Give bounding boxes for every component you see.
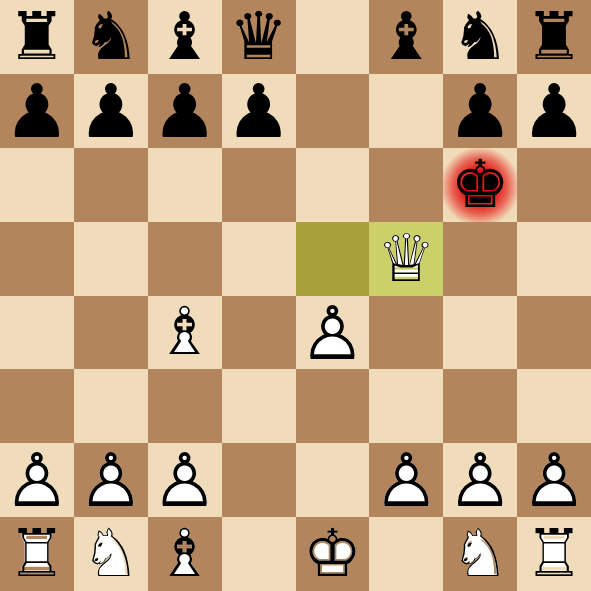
square-a8[interactable]: ♜ bbox=[0, 0, 74, 74]
black-queen[interactable]: ♛ bbox=[222, 0, 296, 74]
square-f3[interactable] bbox=[369, 369, 443, 443]
white-pawn-outline-glyph: ♙ bbox=[299, 296, 365, 370]
square-e2[interactable] bbox=[296, 443, 370, 517]
square-b5[interactable] bbox=[74, 222, 148, 296]
black-pawn-glyph: ♟ bbox=[447, 74, 513, 148]
square-d5[interactable] bbox=[222, 222, 296, 296]
white-king[interactable]: ♚♔ bbox=[296, 517, 370, 591]
black-rook[interactable]: ♜ bbox=[0, 0, 74, 74]
black-pawn[interactable]: ♟ bbox=[0, 74, 74, 148]
square-c1[interactable]: ♝♗ bbox=[148, 517, 222, 591]
white-pawn-outline-glyph: ♙ bbox=[4, 443, 70, 517]
black-king[interactable]: ♚ bbox=[443, 148, 517, 222]
square-d7[interactable]: ♟ bbox=[222, 74, 296, 148]
square-g4[interactable] bbox=[443, 296, 517, 370]
square-e4[interactable]: ♟♙ bbox=[296, 296, 370, 370]
square-c2[interactable]: ♟♙ bbox=[148, 443, 222, 517]
square-g3[interactable] bbox=[443, 369, 517, 443]
square-c4[interactable]: ♝♗ bbox=[148, 296, 222, 370]
black-bishop-glyph: ♝ bbox=[377, 4, 436, 70]
square-d6[interactable] bbox=[222, 148, 296, 222]
square-f6[interactable] bbox=[369, 148, 443, 222]
square-h1[interactable]: ♜♖ bbox=[517, 517, 591, 591]
black-pawn-glyph: ♟ bbox=[4, 74, 70, 148]
square-b6[interactable] bbox=[74, 148, 148, 222]
square-b2[interactable]: ♟♙ bbox=[74, 443, 148, 517]
black-rook-glyph: ♜ bbox=[524, 4, 583, 70]
square-h4[interactable] bbox=[517, 296, 591, 370]
black-pawn[interactable]: ♟ bbox=[443, 74, 517, 148]
square-b1[interactable]: ♞♘ bbox=[74, 517, 148, 591]
square-c3[interactable] bbox=[148, 369, 222, 443]
square-f5[interactable]: ♛♕ bbox=[369, 222, 443, 296]
square-c6[interactable] bbox=[148, 148, 222, 222]
white-queen[interactable]: ♛♕ bbox=[369, 222, 443, 296]
black-queen-glyph: ♛ bbox=[229, 4, 288, 70]
black-king-glyph: ♚ bbox=[451, 152, 510, 218]
white-knight[interactable]: ♞♘ bbox=[443, 517, 517, 591]
white-pawn[interactable]: ♟♙ bbox=[369, 443, 443, 517]
square-a1[interactable]: ♜♖ bbox=[0, 517, 74, 591]
square-b7[interactable]: ♟ bbox=[74, 74, 148, 148]
square-d8[interactable]: ♛ bbox=[222, 0, 296, 74]
black-rook[interactable]: ♜ bbox=[517, 0, 591, 74]
white-bishop[interactable]: ♝♗ bbox=[148, 296, 222, 370]
square-g7[interactable]: ♟ bbox=[443, 74, 517, 148]
white-rook[interactable]: ♜♖ bbox=[517, 517, 591, 591]
white-pawn[interactable]: ♟♙ bbox=[517, 443, 591, 517]
square-g2[interactable]: ♟♙ bbox=[443, 443, 517, 517]
square-d1[interactable] bbox=[222, 517, 296, 591]
black-rook-glyph: ♜ bbox=[7, 4, 66, 70]
white-pawn-outline-glyph: ♙ bbox=[373, 443, 439, 517]
white-rook[interactable]: ♜♖ bbox=[0, 517, 74, 591]
square-g1[interactable]: ♞♘ bbox=[443, 517, 517, 591]
square-a6[interactable] bbox=[0, 148, 74, 222]
square-b8[interactable]: ♞ bbox=[74, 0, 148, 74]
square-c8[interactable]: ♝ bbox=[148, 0, 222, 74]
black-pawn[interactable]: ♟ bbox=[148, 74, 222, 148]
square-f1[interactable] bbox=[369, 517, 443, 591]
white-pawn[interactable]: ♟♙ bbox=[148, 443, 222, 517]
square-a3[interactable] bbox=[0, 369, 74, 443]
square-d2[interactable] bbox=[222, 443, 296, 517]
square-a2[interactable]: ♟♙ bbox=[0, 443, 74, 517]
black-pawn-glyph: ♟ bbox=[521, 74, 587, 148]
white-pawn[interactable]: ♟♙ bbox=[443, 443, 517, 517]
square-c7[interactable]: ♟ bbox=[148, 74, 222, 148]
black-pawn-glyph: ♟ bbox=[152, 74, 218, 148]
square-b4[interactable] bbox=[74, 296, 148, 370]
white-bishop[interactable]: ♝♗ bbox=[148, 517, 222, 591]
square-b3[interactable] bbox=[74, 369, 148, 443]
black-knight[interactable]: ♞ bbox=[74, 0, 148, 74]
square-a5[interactable] bbox=[0, 222, 74, 296]
square-h5[interactable] bbox=[517, 222, 591, 296]
square-h2[interactable]: ♟♙ bbox=[517, 443, 591, 517]
square-e8[interactable] bbox=[296, 0, 370, 74]
square-h6[interactable] bbox=[517, 148, 591, 222]
white-pawn-outline-glyph: ♙ bbox=[152, 443, 218, 517]
white-pawn-outline-glyph: ♙ bbox=[78, 443, 144, 517]
square-h7[interactable]: ♟ bbox=[517, 74, 591, 148]
white-pawn-outline-glyph: ♙ bbox=[521, 443, 587, 517]
square-f2[interactable]: ♟♙ bbox=[369, 443, 443, 517]
square-f4[interactable] bbox=[369, 296, 443, 370]
black-knight[interactable]: ♞ bbox=[443, 0, 517, 74]
black-pawn-glyph: ♟ bbox=[225, 74, 291, 148]
square-a4[interactable] bbox=[0, 296, 74, 370]
square-g6[interactable]: ♚ bbox=[443, 148, 517, 222]
square-f8[interactable]: ♝ bbox=[369, 0, 443, 74]
black-bishop-glyph: ♝ bbox=[155, 4, 214, 70]
square-e7[interactable] bbox=[296, 74, 370, 148]
white-king-outline-glyph: ♔ bbox=[303, 521, 362, 587]
black-knight-glyph: ♞ bbox=[451, 4, 510, 70]
black-pawn[interactable]: ♟ bbox=[222, 74, 296, 148]
white-pawn[interactable]: ♟♙ bbox=[74, 443, 148, 517]
white-pawn[interactable]: ♟♙ bbox=[0, 443, 74, 517]
black-bishop[interactable]: ♝ bbox=[148, 0, 222, 74]
black-knight-glyph: ♞ bbox=[81, 4, 140, 70]
white-rook-outline-glyph: ♖ bbox=[524, 521, 583, 587]
white-pawn-outline-glyph: ♙ bbox=[447, 443, 513, 517]
black-pawn[interactable]: ♟ bbox=[517, 74, 591, 148]
black-pawn[interactable]: ♟ bbox=[74, 74, 148, 148]
square-d4[interactable] bbox=[222, 296, 296, 370]
square-c5[interactable] bbox=[148, 222, 222, 296]
white-bishop-outline-glyph: ♗ bbox=[155, 521, 214, 587]
square-e1[interactable]: ♚♔ bbox=[296, 517, 370, 591]
square-g8[interactable]: ♞ bbox=[443, 0, 517, 74]
white-knight[interactable]: ♞♘ bbox=[74, 517, 148, 591]
white-knight-outline-glyph: ♘ bbox=[81, 521, 140, 587]
white-knight-outline-glyph: ♘ bbox=[451, 521, 510, 587]
square-h3[interactable] bbox=[517, 369, 591, 443]
square-f7[interactable] bbox=[369, 74, 443, 148]
white-bishop-outline-glyph: ♗ bbox=[155, 299, 214, 365]
square-e6[interactable] bbox=[296, 148, 370, 222]
chess-board: ♜♞♝♛♝♞♜♟♟♟♟♟♟♚♛♕♝♗♟♙♟♙♟♙♟♙♟♙♟♙♟♙♜♖♞♘♝♗♚♔… bbox=[0, 0, 591, 591]
white-pawn[interactable]: ♟♙ bbox=[296, 296, 370, 370]
square-d3[interactable] bbox=[222, 369, 296, 443]
square-h8[interactable]: ♜ bbox=[517, 0, 591, 74]
black-bishop[interactable]: ♝ bbox=[369, 0, 443, 74]
black-pawn-glyph: ♟ bbox=[78, 74, 144, 148]
square-e5[interactable] bbox=[296, 222, 370, 296]
square-a7[interactable]: ♟ bbox=[0, 74, 74, 148]
white-rook-outline-glyph: ♖ bbox=[7, 521, 66, 587]
square-g5[interactable] bbox=[443, 222, 517, 296]
square-e3[interactable] bbox=[296, 369, 370, 443]
white-queen-outline-glyph: ♕ bbox=[377, 226, 436, 292]
